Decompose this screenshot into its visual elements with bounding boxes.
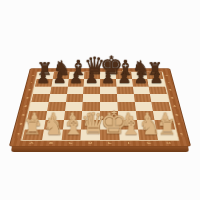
coord-rank-4-right: 4 [173,105,176,107]
coord-rank-1-left: 1 [16,133,20,136]
square-h5[interactable] [150,94,169,102]
coord-file-a-bottom: A [29,141,34,144]
black-pawn-g7[interactable]: ♟ [132,70,148,86]
coord-file-b-bottom: B [49,141,53,144]
white-knight-b1[interactable]: ♞ [42,114,61,138]
square-c5[interactable] [66,94,84,102]
coord-rank-6-right: 6 [169,89,172,91]
square-d6[interactable] [83,86,100,94]
coord-rank-7-right: 7 [167,82,170,84]
black-pawn-f7[interactable]: ♟ [116,70,132,86]
coord-file-d-bottom: D [88,141,92,144]
coord-rank-4-left: 4 [24,105,27,107]
square-g5[interactable] [133,94,151,102]
white-knight-g1[interactable]: ♞ [139,114,158,138]
black-pawn-a7[interactable]: ♟ [35,70,51,86]
white-king-e1[interactable]: ♚ [100,107,119,138]
coord-rank-7-left: 7 [30,82,33,84]
coord-rank-8-left: 8 [32,75,35,77]
square-f5[interactable] [117,94,135,102]
coord-file-e-bottom: E [108,141,112,144]
chessboard-photo: AABBCCDDEEFFGGHH8877665544332211♜♞♝♛♚♝♞♜… [0,0,200,200]
coord-rank-1-right: 1 [180,133,184,136]
square-f6[interactable] [116,86,133,94]
white-rook-h1[interactable]: ♜ [158,117,177,139]
square-e6[interactable] [100,86,117,94]
square-a5[interactable] [31,94,50,102]
square-d5[interactable] [83,94,100,102]
square-a6[interactable] [33,86,51,94]
perspective-scene: AABBCCDDEEFFGGHH8877665544332211♜♞♝♛♚♝♞♜… [0,0,200,200]
black-pawn-c7[interactable]: ♟ [68,70,84,86]
square-h6[interactable] [149,86,167,94]
white-bishop-f1[interactable]: ♝ [119,113,138,138]
square-b6[interactable] [50,86,68,94]
coord-rank-5-right: 5 [171,97,174,99]
coord-rank-5-left: 5 [26,97,29,99]
white-rook-a1[interactable]: ♜ [23,117,42,139]
black-pawn-b7[interactable]: ♟ [51,70,67,86]
black-pawn-e7[interactable]: ♟ [100,70,116,86]
black-pawn-h7[interactable]: ♟ [149,70,165,86]
white-queen-d1[interactable]: ♛ [81,109,100,138]
square-b5[interactable] [48,94,66,102]
coord-rank-2-right: 2 [177,123,181,126]
coord-file-f-bottom: F [128,141,132,144]
square-e5[interactable] [100,94,117,102]
coord-file-c-bottom: C [69,141,73,144]
black-pawn-d7[interactable]: ♟ [84,70,100,86]
square-c6[interactable] [67,86,84,94]
coord-file-h-bottom: H [166,141,171,144]
board: AABBCCDDEEFFGGHH8877665544332211♜♞♝♛♚♝♞♜… [10,68,190,146]
coord-file-g-bottom: G [147,141,152,144]
square-g6[interactable] [133,86,151,94]
white-bishop-c1[interactable]: ♝ [61,113,80,138]
coord-rank-6-left: 6 [28,89,31,91]
coord-rank-8-right: 8 [165,75,168,77]
